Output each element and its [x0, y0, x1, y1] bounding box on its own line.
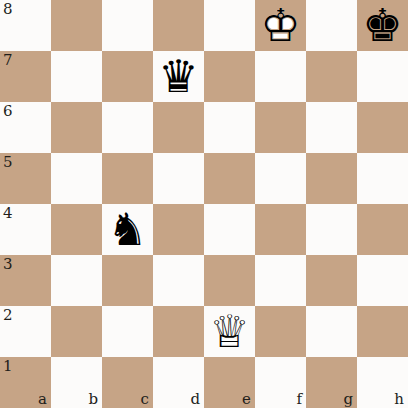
square-b1[interactable]: b — [51, 357, 102, 408]
square-b6[interactable] — [51, 102, 102, 153]
rank-label-3: 3 — [3, 255, 13, 273]
file-label-b: b — [88, 391, 98, 408]
square-h7[interactable] — [357, 51, 408, 102]
square-f5[interactable] — [255, 153, 306, 204]
square-a2[interactable]: 2 — [0, 306, 51, 357]
square-d5[interactable] — [153, 153, 204, 204]
square-d4[interactable] — [153, 204, 204, 255]
square-g8[interactable] — [306, 0, 357, 51]
square-b7[interactable] — [51, 51, 102, 102]
square-a8[interactable]: 8 — [0, 0, 51, 51]
file-label-f: f — [296, 391, 302, 408]
square-e5[interactable] — [204, 153, 255, 204]
square-d6[interactable] — [153, 102, 204, 153]
square-b2[interactable] — [51, 306, 102, 357]
square-c5[interactable] — [102, 153, 153, 204]
square-h1[interactable]: h — [357, 357, 408, 408]
square-c8[interactable] — [102, 0, 153, 51]
file-label-e: e — [242, 391, 251, 408]
square-h6[interactable] — [357, 102, 408, 153]
square-b4[interactable] — [51, 204, 102, 255]
file-label-g: g — [343, 391, 353, 408]
square-e1[interactable]: e — [204, 357, 255, 408]
file-label-d: d — [190, 391, 200, 408]
square-h2[interactable] — [357, 306, 408, 357]
square-b8[interactable] — [51, 0, 102, 51]
square-a1[interactable]: 1a — [0, 357, 51, 408]
square-d7[interactable]: ♛ — [153, 51, 204, 102]
square-g3[interactable] — [306, 255, 357, 306]
square-f8[interactable]: ♚♔ — [255, 0, 306, 51]
square-a6[interactable]: 6 — [0, 102, 51, 153]
rank-label-2: 2 — [3, 306, 13, 324]
square-e7[interactable] — [204, 51, 255, 102]
black-king-icon: ♚ — [357, 0, 408, 51]
rank-label-7: 7 — [3, 51, 13, 69]
rank-label-6: 6 — [3, 102, 13, 120]
square-g1[interactable]: g — [306, 357, 357, 408]
square-a3[interactable]: 3 — [0, 255, 51, 306]
square-f4[interactable] — [255, 204, 306, 255]
black-queen-icon: ♛ — [153, 51, 204, 102]
square-a5[interactable]: 5 — [0, 153, 51, 204]
square-f1[interactable]: f — [255, 357, 306, 408]
square-d3[interactable] — [153, 255, 204, 306]
rank-label-5: 5 — [3, 153, 13, 171]
square-f3[interactable] — [255, 255, 306, 306]
square-f6[interactable] — [255, 102, 306, 153]
file-label-h: h — [394, 391, 404, 408]
square-e4[interactable] — [204, 204, 255, 255]
square-c4[interactable]: ♞ — [102, 204, 153, 255]
square-h4[interactable] — [357, 204, 408, 255]
file-label-c: c — [141, 391, 149, 408]
square-d2[interactable] — [153, 306, 204, 357]
piece-white-queen-e2[interactable]: ♛♕ — [204, 306, 255, 357]
square-b3[interactable] — [51, 255, 102, 306]
rank-label-1: 1 — [3, 357, 13, 375]
square-c6[interactable] — [102, 102, 153, 153]
square-h5[interactable] — [357, 153, 408, 204]
square-g2[interactable] — [306, 306, 357, 357]
square-h8[interactable]: ♚ — [357, 0, 408, 51]
piece-black-king-h8[interactable]: ♚ — [357, 0, 408, 51]
white-queen-icon: ♕ — [204, 306, 255, 357]
square-e6[interactable] — [204, 102, 255, 153]
square-e3[interactable] — [204, 255, 255, 306]
square-g4[interactable] — [306, 204, 357, 255]
square-e2[interactable]: ♛♕ — [204, 306, 255, 357]
square-c7[interactable] — [102, 51, 153, 102]
square-g7[interactable] — [306, 51, 357, 102]
square-b5[interactable] — [51, 153, 102, 204]
piece-black-queen-d7[interactable]: ♛ — [153, 51, 204, 102]
square-f7[interactable] — [255, 51, 306, 102]
black-knight-icon: ♞ — [102, 204, 153, 255]
square-h3[interactable] — [357, 255, 408, 306]
piece-black-knight-c4[interactable]: ♞ — [102, 204, 153, 255]
square-c3[interactable] — [102, 255, 153, 306]
white-king-icon: ♔ — [255, 0, 306, 51]
square-g6[interactable] — [306, 102, 357, 153]
square-g5[interactable] — [306, 153, 357, 204]
square-d1[interactable]: d — [153, 357, 204, 408]
piece-white-king-f8[interactable]: ♚♔ — [255, 0, 306, 51]
square-a7[interactable]: 7 — [0, 51, 51, 102]
chess-board: 8♚♔♚7♛654♞32♛♕1abcdefgh — [0, 0, 408, 408]
square-a4[interactable]: 4 — [0, 204, 51, 255]
square-d8[interactable] — [153, 0, 204, 51]
square-f2[interactable] — [255, 306, 306, 357]
file-label-a: a — [38, 391, 47, 408]
square-e8[interactable] — [204, 0, 255, 51]
square-c2[interactable] — [102, 306, 153, 357]
rank-label-8: 8 — [3, 0, 13, 18]
square-c1[interactable]: c — [102, 357, 153, 408]
rank-label-4: 4 — [3, 204, 13, 222]
